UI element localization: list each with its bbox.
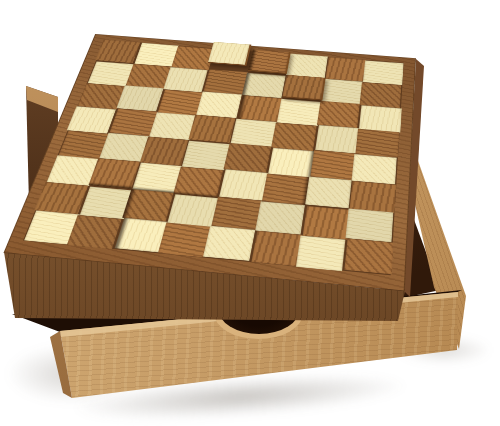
square-f7	[282, 75, 325, 101]
square-e8	[248, 50, 291, 74]
square-c6	[157, 90, 203, 117]
square-c7	[163, 67, 208, 92]
square-e2	[211, 197, 261, 230]
square-h5	[356, 129, 400, 158]
square-f3	[262, 173, 310, 205]
square-f5	[271, 123, 316, 152]
square-c4	[139, 137, 188, 166]
square-e4	[224, 143, 271, 173]
square-a5	[67, 106, 116, 134]
square-d7	[204, 69, 248, 94]
square-c3	[132, 163, 183, 194]
square-c5	[149, 112, 197, 140]
square-g3	[305, 176, 352, 208]
square-b4	[99, 133, 149, 162]
product-photo-scene	[0, 0, 500, 426]
board-tray-surface	[3, 34, 416, 291]
square-c2	[122, 189, 174, 222]
square-c8	[171, 46, 215, 70]
square-a2	[34, 182, 88, 214]
square-f1	[251, 231, 302, 267]
square-g4	[310, 150, 356, 180]
tray-frame	[3, 34, 416, 291]
square-h1	[345, 238, 394, 274]
square-d3	[173, 167, 223, 198]
square-g5	[315, 125, 360, 154]
square-b6	[116, 85, 163, 111]
square-b5	[109, 108, 157, 136]
square-f2	[255, 201, 305, 235]
square-a8	[95, 39, 140, 63]
square-e3	[219, 169, 268, 200]
square-h6	[359, 105, 402, 133]
square-d6	[196, 91, 242, 118]
square-e6	[237, 95, 282, 122]
board-grid	[23, 40, 404, 275]
square-a3	[47, 155, 99, 186]
square-h7	[360, 82, 402, 108]
square-h8	[363, 60, 404, 85]
square-d8	[208, 42, 251, 66]
square-g6	[316, 101, 359, 128]
square-d5	[189, 115, 236, 143]
square-g8	[325, 57, 366, 82]
square-e7	[242, 73, 286, 99]
square-h2	[346, 208, 394, 242]
board-tray	[50, 0, 410, 333]
square-f6	[277, 99, 321, 126]
square-b1	[66, 215, 121, 249]
square-b3	[88, 158, 139, 189]
square-h4	[352, 154, 397, 185]
square-g2	[302, 206, 351, 240]
square-g1	[295, 235, 345, 271]
square-h3	[350, 181, 396, 213]
square-e1	[203, 226, 255, 261]
